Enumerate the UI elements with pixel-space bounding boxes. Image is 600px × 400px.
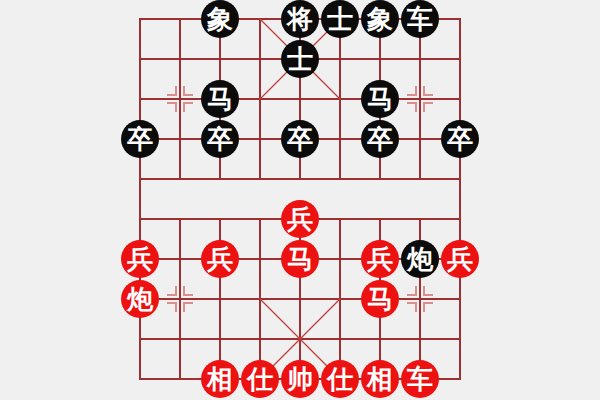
piece-red-advisor[interactable]: 仕 [321, 360, 359, 398]
piece-red-soldier[interactable]: 兵 [281, 200, 319, 238]
piece-red-advisor[interactable]: 仕 [241, 360, 279, 398]
piece-black-advisor[interactable]: 士 [321, 0, 359, 38]
piece-red-horse[interactable]: 马 [281, 240, 319, 278]
piece-red-horse[interactable]: 马 [361, 280, 399, 318]
piece-black-soldier[interactable]: 卒 [361, 120, 399, 158]
piece-black-horse[interactable]: 马 [201, 80, 239, 118]
piece-black-soldier[interactable]: 卒 [281, 120, 319, 158]
piece-black-soldier[interactable]: 卒 [201, 120, 239, 158]
piece-red-soldier[interactable]: 兵 [121, 240, 159, 278]
xiangqi-app-canvas: 象将士象车士马马卒卒卒卒卒兵兵兵马兵炮兵炮马相仕帅仕相车 [0, 0, 600, 400]
piece-red-elephant[interactable]: 相 [361, 360, 399, 398]
piece-red-soldier[interactable]: 兵 [441, 240, 479, 278]
piece-black-elephant[interactable]: 象 [201, 0, 239, 38]
piece-black-general[interactable]: 将 [281, 0, 319, 38]
piece-red-general[interactable]: 帅 [281, 360, 319, 398]
piece-red-elephant[interactable]: 相 [201, 360, 239, 398]
piece-black-soldier[interactable]: 卒 [121, 120, 159, 158]
piece-black-soldier[interactable]: 卒 [441, 120, 479, 158]
piece-black-cannon[interactable]: 炮 [401, 240, 439, 278]
piece-black-chariot[interactable]: 车 [401, 0, 439, 38]
piece-red-cannon[interactable]: 炮 [121, 280, 159, 318]
piece-black-elephant[interactable]: 象 [361, 0, 399, 38]
pieces-layer: 象将士象车士马马卒卒卒卒卒兵兵兵马兵炮兵炮马相仕帅仕相车 [120, 0, 480, 399]
piece-black-advisor[interactable]: 士 [281, 40, 319, 78]
piece-red-soldier[interactable]: 兵 [361, 240, 399, 278]
piece-red-soldier[interactable]: 兵 [201, 240, 239, 278]
piece-red-chariot[interactable]: 车 [401, 360, 439, 398]
piece-black-horse[interactable]: 马 [361, 80, 399, 118]
